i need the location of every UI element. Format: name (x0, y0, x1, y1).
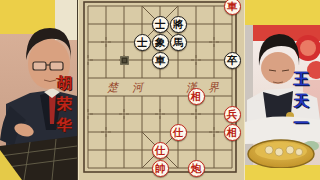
river-text-char: 界 (207, 80, 219, 96)
river-text-char: 楚 (106, 80, 118, 96)
black-piece-士[interactable]: 士 (152, 16, 169, 33)
black-piece-象[interactable]: 象 (152, 34, 169, 51)
black-piece-卒[interactable]: 卒 (224, 52, 241, 69)
red-piece-兵[interactable]: 兵 (224, 106, 241, 123)
player-name-char: 王 (294, 68, 309, 90)
player-name-char: 华 (57, 115, 72, 136)
xiangqi-board[interactable]: 楚河漢界車士將士象馬車卒相兵相仕仕帥炮 (77, 0, 246, 180)
player-name-char: 荣 (57, 94, 72, 115)
thumbnail-stage: 楚河漢界車士將士象馬車卒相兵相仕仕帥炮 (0, 0, 320, 180)
black-piece-士[interactable]: 士 (134, 34, 151, 51)
black-piece-車[interactable]: 車 (152, 52, 169, 69)
red-piece-相[interactable]: 相 (224, 124, 241, 141)
gray-edge (245, 25, 253, 165)
red-piece-仕[interactable]: 仕 (152, 142, 169, 159)
right-player-name: 王天一 (294, 68, 309, 134)
face (261, 52, 295, 84)
red-piece-炮[interactable]: 炮 (188, 160, 205, 177)
red-lantern-center (300, 40, 316, 56)
red-piece-車[interactable]: 車 (224, 0, 241, 15)
red-piece-仕[interactable]: 仕 (170, 124, 187, 141)
black-piece-馬[interactable]: 馬 (170, 34, 187, 51)
black-piece-將[interactable]: 將 (170, 16, 187, 33)
red-piece-相[interactable]: 相 (188, 88, 205, 105)
last-move-marker (120, 56, 129, 65)
player-name-char: 胡 (57, 73, 72, 94)
left-player-name: 胡荣华 (57, 73, 72, 136)
player-name-char: 天 (294, 90, 309, 112)
yellow-bottom-band (245, 168, 320, 180)
red-piece-帥[interactable]: 帥 (152, 160, 169, 177)
river-text-char: 河 (131, 80, 143, 96)
player-name-char: 一 (294, 112, 309, 134)
